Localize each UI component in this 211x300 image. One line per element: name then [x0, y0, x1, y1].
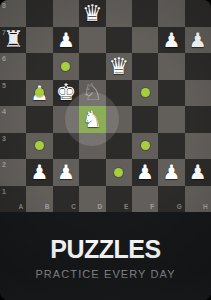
square-f2[interactable]: ♟	[132, 159, 158, 186]
square-a1[interactable]	[0, 186, 26, 213]
square-g4[interactable]	[158, 106, 184, 133]
square-a5[interactable]	[0, 80, 26, 107]
piece-white-pawn[interactable]: ♟	[158, 159, 184, 186]
square-e3[interactable]	[106, 133, 132, 160]
square-b6[interactable]	[26, 53, 52, 80]
square-h4[interactable]	[185, 106, 211, 133]
square-h8[interactable]	[185, 0, 211, 27]
square-e2[interactable]	[106, 159, 132, 186]
square-c8[interactable]	[53, 0, 79, 27]
square-f8[interactable]	[132, 0, 158, 27]
square-e6[interactable]: ♛	[106, 53, 132, 80]
square-g6[interactable]	[158, 53, 184, 80]
square-h7[interactable]: ♟	[185, 27, 211, 54]
square-c5[interactable]: ♚	[53, 80, 79, 107]
square-e7[interactable]	[106, 27, 132, 54]
piece-white-rook[interactable]: ♜	[0, 27, 26, 54]
chess-board: ♛♜♟♟♟♛♟♚♘♞♟♟♟♟♟87654321ABCDEFGH	[0, 0, 211, 212]
square-f4[interactable]	[132, 106, 158, 133]
square-c3[interactable]	[53, 133, 79, 160]
square-b3[interactable]	[26, 133, 52, 160]
square-f7[interactable]	[132, 27, 158, 54]
square-b8[interactable]	[26, 0, 52, 27]
square-a8[interactable]	[0, 0, 26, 27]
piece-white-pawn[interactable]: ♟	[158, 27, 184, 54]
square-e8[interactable]	[106, 0, 132, 27]
square-h6[interactable]	[185, 53, 211, 80]
square-d2[interactable]	[79, 159, 105, 186]
piece-white-pawn[interactable]: ♟	[132, 159, 158, 186]
ghost-piece-white-knight: ♘	[79, 80, 105, 107]
square-b1[interactable]	[26, 186, 52, 213]
square-c4[interactable]	[53, 106, 79, 133]
legal-move-dot-icon[interactable]	[141, 141, 150, 150]
square-g7[interactable]: ♟	[158, 27, 184, 54]
square-d1[interactable]	[79, 186, 105, 213]
square-a4[interactable]	[0, 106, 26, 133]
legal-move-dot-icon[interactable]	[35, 141, 44, 150]
piece-white-pawn[interactable]: ♟	[185, 27, 211, 54]
square-h5[interactable]	[185, 80, 211, 107]
puzzles-promo-card: ♛♜♟♟♟♛♟♚♘♞♟♟♟♟♟87654321ABCDEFGH PUZZLES …	[0, 0, 211, 300]
square-g2[interactable]: ♟	[158, 159, 184, 186]
piece-white-pawn[interactable]: ♟	[53, 159, 79, 186]
square-h1[interactable]	[185, 186, 211, 213]
square-c7[interactable]: ♟	[53, 27, 79, 54]
piece-white-queen[interactable]: ♛	[106, 53, 132, 80]
square-d5[interactable]: ♘	[79, 80, 105, 107]
square-d3[interactable]	[79, 133, 105, 160]
square-c1[interactable]	[53, 186, 79, 213]
square-f6[interactable]	[132, 53, 158, 80]
square-f3[interactable]	[132, 133, 158, 160]
square-e5[interactable]	[106, 80, 132, 107]
banner-subtitle: PRACTICE EVERY DAY	[35, 268, 175, 280]
legal-move-dot-icon[interactable]	[114, 168, 123, 177]
square-d8[interactable]: ♛	[79, 0, 105, 27]
piece-white-pawn[interactable]: ♟	[185, 159, 211, 186]
square-c6[interactable]	[53, 53, 79, 80]
piece-white-king[interactable]: ♚	[53, 80, 79, 107]
promo-banner: PUZZLES PRACTICE EVERY DAY	[0, 212, 211, 300]
piece-white-queen[interactable]: ♛	[79, 0, 105, 27]
square-g8[interactable]	[158, 0, 184, 27]
square-d7[interactable]	[79, 27, 105, 54]
piece-white-pawn[interactable]: ♟	[53, 27, 79, 54]
square-f5[interactable]	[132, 80, 158, 107]
square-h2[interactable]: ♟	[185, 159, 211, 186]
square-f1[interactable]	[132, 186, 158, 213]
banner-title: PUZZLES	[50, 235, 160, 264]
square-a7[interactable]: ♜	[0, 27, 26, 54]
square-b7[interactable]	[26, 27, 52, 54]
square-c2[interactable]: ♟	[53, 159, 79, 186]
square-g3[interactable]	[158, 133, 184, 160]
piece-white-pawn[interactable]: ♟	[26, 159, 52, 186]
legal-move-dot-icon[interactable]	[61, 62, 70, 71]
square-e4[interactable]	[106, 106, 132, 133]
square-b2[interactable]: ♟	[26, 159, 52, 186]
square-a2[interactable]	[0, 159, 26, 186]
square-b4[interactable]	[26, 106, 52, 133]
square-d6[interactable]	[79, 53, 105, 80]
square-e1[interactable]	[106, 186, 132, 213]
square-g1[interactable]	[158, 186, 184, 213]
legal-move-dot-icon[interactable]	[141, 88, 150, 97]
square-g5[interactable]	[158, 80, 184, 107]
piece-white-knight[interactable]: ♞	[79, 106, 105, 133]
square-h3[interactable]	[185, 133, 211, 160]
square-a3[interactable]	[0, 133, 26, 160]
square-a6[interactable]	[0, 53, 26, 80]
square-d4[interactable]: ♞	[79, 106, 105, 133]
square-b5[interactable]: ♟	[26, 80, 52, 107]
